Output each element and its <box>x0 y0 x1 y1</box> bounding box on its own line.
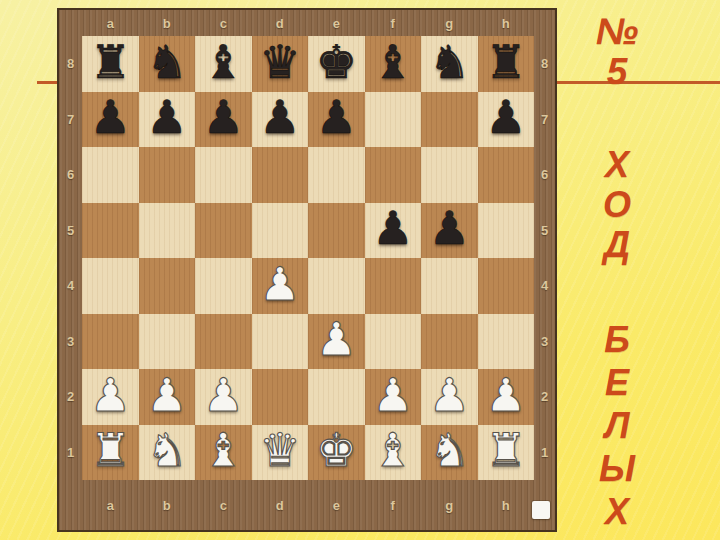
square-h7[interactable]: ♟ <box>478 92 535 148</box>
rank-label-4-left: 4 <box>59 258 82 314</box>
piece-white-bishop-c1[interactable]: ♝ <box>203 427 244 473</box>
rank-label-6-right: 6 <box>534 147 555 203</box>
file-label-d-top: d <box>252 10 309 36</box>
frame-corner <box>59 480 82 530</box>
square-a3[interactable] <box>82 314 139 370</box>
square-b6[interactable] <box>139 147 196 203</box>
piece-black-rook-a8[interactable]: ♜ <box>90 39 131 85</box>
square-c4[interactable] <box>195 258 252 314</box>
file-label-g-top: g <box>421 10 478 36</box>
file-label-b-bottom: b <box>139 480 196 530</box>
square-a2[interactable]: ♟ <box>82 369 139 425</box>
rank-label-2-right: 2 <box>534 369 555 425</box>
rank-label-7-left: 7 <box>59 92 82 148</box>
square-b8[interactable]: ♞ <box>139 36 196 92</box>
file-label-h-top: h <box>478 10 535 36</box>
frame-corner <box>534 10 555 36</box>
square-f8[interactable]: ♝ <box>365 36 422 92</box>
rank-label-1-left: 1 <box>59 425 82 481</box>
piece-white-queen-d1[interactable]: ♛ <box>259 427 300 473</box>
file-label-c-top: c <box>195 10 252 36</box>
square-c8[interactable]: ♝ <box>195 36 252 92</box>
piece-black-knight-g8[interactable]: ♞ <box>429 39 470 85</box>
piece-white-pawn-b2[interactable]: ♟ <box>146 372 187 418</box>
square-c5[interactable] <box>195 203 252 259</box>
piece-black-pawn-e7[interactable]: ♟ <box>316 94 357 140</box>
square-d7[interactable]: ♟ <box>252 92 309 148</box>
square-f5[interactable]: ♟ <box>365 203 422 259</box>
square-g1[interactable]: ♞ <box>421 425 478 481</box>
piece-black-queen-d8[interactable]: ♛ <box>259 39 300 85</box>
square-f3[interactable] <box>365 314 422 370</box>
square-g2[interactable]: ♟ <box>421 369 478 425</box>
square-f7[interactable] <box>365 92 422 148</box>
piece-white-pawn-c2[interactable]: ♟ <box>203 372 244 418</box>
square-b2[interactable]: ♟ <box>139 369 196 425</box>
problem-number: № 5 <box>582 12 652 92</box>
file-label-e-top: e <box>308 10 365 36</box>
file-label-a-top: a <box>82 10 139 36</box>
square-h4[interactable] <box>478 258 535 314</box>
square-e1[interactable]: ♚ <box>308 425 365 481</box>
piece-white-knight-g1[interactable]: ♞ <box>429 427 470 473</box>
square-f2[interactable]: ♟ <box>365 369 422 425</box>
square-d6[interactable] <box>252 147 309 203</box>
piece-white-bishop-f1[interactable]: ♝ <box>372 427 413 473</box>
rank-label-1-right: 1 <box>534 425 555 481</box>
square-h2[interactable]: ♟ <box>478 369 535 425</box>
square-g6[interactable] <box>421 147 478 203</box>
square-a4[interactable] <box>82 258 139 314</box>
square-f4[interactable] <box>365 258 422 314</box>
square-a1[interactable]: ♜ <box>82 425 139 481</box>
square-a6[interactable] <box>82 147 139 203</box>
piece-black-pawn-d7[interactable]: ♟ <box>259 94 300 140</box>
piece-white-pawn-a2[interactable]: ♟ <box>90 372 131 418</box>
file-label-b-top: b <box>139 10 196 36</box>
square-a8[interactable]: ♜ <box>82 36 139 92</box>
square-g3[interactable] <box>421 314 478 370</box>
file-label-h-bottom: h <box>478 480 535 530</box>
slide-background: abcdefgh8♜♞♝♛♚♝♞♜87♟♟♟♟♟♟7665♟♟54♟43♟32♟… <box>0 0 720 540</box>
piece-white-rook-a1[interactable]: ♜ <box>90 427 131 473</box>
piece-black-rook-h8[interactable]: ♜ <box>485 39 526 85</box>
board-frame: abcdefgh8♜♞♝♛♚♝♞♜87♟♟♟♟♟♟7665♟♟54♟43♟32♟… <box>57 8 557 532</box>
square-b1[interactable]: ♞ <box>139 425 196 481</box>
rank-label-5-left: 5 <box>59 203 82 259</box>
square-d1[interactable]: ♛ <box>252 425 309 481</box>
file-label-d-bottom: d <box>252 480 309 530</box>
piece-black-pawn-h7[interactable]: ♟ <box>485 94 526 140</box>
frame-corner <box>59 10 82 36</box>
rank-label-4-right: 4 <box>534 258 555 314</box>
piece-white-rook-h1[interactable]: ♜ <box>485 427 526 473</box>
piece-black-pawn-g5[interactable]: ♟ <box>429 205 470 251</box>
piece-black-pawn-f5[interactable]: ♟ <box>372 205 413 251</box>
piece-white-knight-b1[interactable]: ♞ <box>146 427 187 473</box>
piece-black-knight-b8[interactable]: ♞ <box>146 39 187 85</box>
square-b3[interactable] <box>139 314 196 370</box>
square-a7[interactable]: ♟ <box>82 92 139 148</box>
square-e7[interactable]: ♟ <box>308 92 365 148</box>
piece-black-king-e8[interactable]: ♚ <box>316 39 357 85</box>
square-d3[interactable] <box>252 314 309 370</box>
piece-white-pawn-h2[interactable]: ♟ <box>485 372 526 418</box>
square-h8[interactable]: ♜ <box>478 36 535 92</box>
file-label-e-bottom: e <box>308 480 365 530</box>
square-d2[interactable] <box>252 369 309 425</box>
file-label-a-bottom: a <box>82 480 139 530</box>
piece-white-pawn-g2[interactable]: ♟ <box>429 372 470 418</box>
rank-label-5-right: 5 <box>534 203 555 259</box>
piece-black-pawn-a7[interactable]: ♟ <box>90 94 131 140</box>
piece-white-pawn-e3[interactable]: ♟ <box>316 316 357 362</box>
square-c1[interactable]: ♝ <box>195 425 252 481</box>
square-c6[interactable] <box>195 147 252 203</box>
square-c2[interactable]: ♟ <box>195 369 252 425</box>
square-b5[interactable] <box>139 203 196 259</box>
file-label-f-top: f <box>365 10 422 36</box>
square-b4[interactable] <box>139 258 196 314</box>
piece-white-pawn-d4[interactable]: ♟ <box>259 261 300 307</box>
piece-white-king-e1[interactable]: ♚ <box>316 427 357 473</box>
rank-label-3-left: 3 <box>59 314 82 370</box>
square-e8[interactable]: ♚ <box>308 36 365 92</box>
piece-white-pawn-f2[interactable]: ♟ <box>372 372 413 418</box>
rank-label-8-left: 8 <box>59 36 82 92</box>
piece-black-bishop-c8[interactable]: ♝ <box>203 39 244 85</box>
file-label-c-bottom: c <box>195 480 252 530</box>
square-e6[interactable] <box>308 147 365 203</box>
square-d5[interactable] <box>252 203 309 259</box>
square-g4[interactable] <box>421 258 478 314</box>
square-e4[interactable] <box>308 258 365 314</box>
square-e5[interactable] <box>308 203 365 259</box>
rank-label-3-right: 3 <box>534 314 555 370</box>
instruction-word-hod: Х О Д <box>582 145 652 265</box>
white-to-move-indicator <box>532 501 550 519</box>
divider-line-left <box>37 81 57 84</box>
square-c7[interactable]: ♟ <box>195 92 252 148</box>
instruction-word-belyh: Б Е Л Ы Х <box>582 318 652 533</box>
square-f6[interactable] <box>365 147 422 203</box>
square-h3[interactable] <box>478 314 535 370</box>
square-g7[interactable] <box>421 92 478 148</box>
piece-black-pawn-c7[interactable]: ♟ <box>203 94 244 140</box>
piece-black-bishop-f8[interactable]: ♝ <box>372 39 413 85</box>
square-h6[interactable] <box>478 147 535 203</box>
square-h1[interactable]: ♜ <box>478 425 535 481</box>
square-g5[interactable]: ♟ <box>421 203 478 259</box>
file-label-g-bottom: g <box>421 480 478 530</box>
rank-label-7-right: 7 <box>534 92 555 148</box>
piece-black-pawn-b7[interactable]: ♟ <box>146 94 187 140</box>
square-h5[interactable] <box>478 203 535 259</box>
square-e3[interactable]: ♟ <box>308 314 365 370</box>
square-a5[interactable] <box>82 203 139 259</box>
file-label-f-bottom: f <box>365 480 422 530</box>
square-f1[interactable]: ♝ <box>365 425 422 481</box>
rank-label-6-left: 6 <box>59 147 82 203</box>
square-d8[interactable]: ♛ <box>252 36 309 92</box>
square-e2[interactable] <box>308 369 365 425</box>
square-c3[interactable] <box>195 314 252 370</box>
square-b7[interactable]: ♟ <box>139 92 196 148</box>
rank-label-8-right: 8 <box>534 36 555 92</box>
square-d4[interactable]: ♟ <box>252 258 309 314</box>
rank-label-2-left: 2 <box>59 369 82 425</box>
square-g8[interactable]: ♞ <box>421 36 478 92</box>
